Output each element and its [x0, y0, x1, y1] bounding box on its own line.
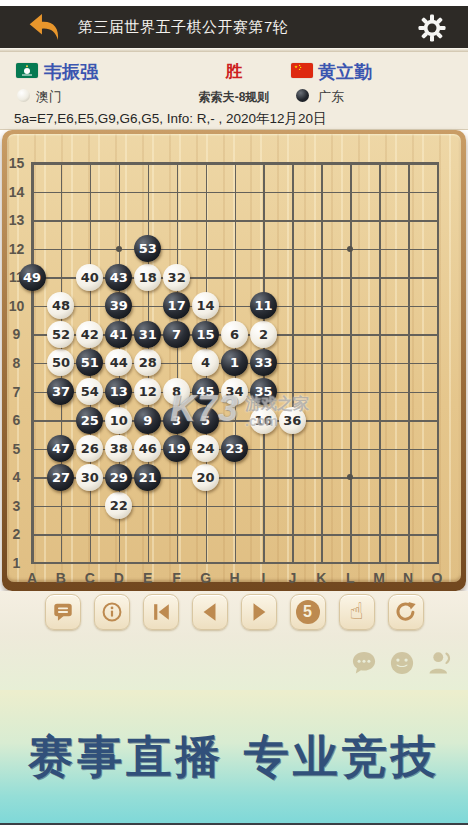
page-title: 第三届世界五子棋公开赛第7轮 — [78, 18, 288, 37]
app-screen: 第三届世界五子棋公开赛第7轮 — [0, 0, 468, 827]
person-icon[interactable] — [426, 649, 454, 677]
stone-27-B4: 27 — [47, 464, 74, 491]
stone-4-G8: 4 — [192, 349, 219, 376]
rule-label: 索索夫-8规则 — [0, 89, 468, 106]
stone-50-B8: 50 — [47, 349, 74, 376]
back-arrow-icon — [27, 12, 61, 42]
ad-banner[interactable]: 赛事直播 专业竞技 — [0, 690, 468, 823]
black-player-name: 黄立勤 — [318, 60, 372, 84]
stone-6-H9: 6 — [221, 321, 248, 348]
banner-bottom-line — [0, 823, 468, 825]
stone-33-I8: 33 — [250, 349, 277, 376]
black-stone-indicator — [296, 89, 309, 102]
show-move-numbers-button[interactable]: 5 — [290, 594, 326, 630]
stone-46-E5: 46 — [134, 435, 161, 462]
stone-24-G5: 24 — [192, 435, 219, 462]
kifu-toolbar: 5 ☝ — [0, 594, 468, 630]
stone-28-E8: 28 — [134, 349, 161, 376]
hand-tool-button[interactable]: ☝ — [339, 594, 375, 630]
settings-button[interactable] — [414, 10, 450, 46]
watermark-domain: .com — [245, 413, 278, 429]
social-icon-row — [350, 649, 454, 677]
stone-53-E12: 53 — [134, 235, 161, 262]
stone-23-H5: 23 — [221, 435, 248, 462]
restart-icon — [395, 601, 417, 623]
top-bar: 第三届世界五子棋公开赛第7轮 — [0, 6, 468, 48]
stone-47-B5: 47 — [47, 435, 74, 462]
skip-to-start-button[interactable] — [143, 594, 179, 630]
skip-to-start-icon — [150, 601, 172, 623]
hand-icon: ☝ — [349, 600, 363, 623]
stone-42-C9: 42 — [76, 321, 103, 348]
comment-button[interactable] — [45, 594, 81, 630]
stone-29-D4: 29 — [105, 464, 132, 491]
info-icon — [101, 601, 123, 623]
stone-15-G9: 15 — [192, 321, 219, 348]
stones-layer: 1234567891011121314151617181920212223242… — [2, 130, 466, 591]
info-button[interactable] — [94, 594, 130, 630]
stone-22-D3: 22 — [105, 492, 132, 519]
stone-40-C11: 40 — [76, 264, 103, 291]
smiley-icon[interactable] — [388, 649, 416, 677]
step-back-button[interactable] — [192, 594, 228, 630]
stone-10-D6: 10 — [105, 407, 132, 434]
stone-11-I10: 11 — [250, 292, 277, 319]
watermark-logo: K73 — [170, 388, 239, 430]
stone-21-E4: 21 — [134, 464, 161, 491]
stone-30-C4: 30 — [76, 464, 103, 491]
stone-7-F9: 7 — [163, 321, 190, 348]
chat-dots-icon[interactable] — [350, 649, 378, 677]
ad-banner-text: 赛事直播 专业竞技 — [28, 727, 440, 787]
stone-51-C8: 51 — [76, 349, 103, 376]
stone-54-C7: 54 — [76, 378, 103, 405]
stone-44-D8: 44 — [105, 349, 132, 376]
step-forward-button[interactable] — [241, 594, 277, 630]
stone-12-E7: 12 — [134, 378, 161, 405]
stone-18-E11: 18 — [134, 264, 161, 291]
stone-13-D7: 13 — [105, 378, 132, 405]
stone-14-G10: 14 — [192, 292, 219, 319]
stone-43-D11: 43 — [105, 264, 132, 291]
step-back-icon — [199, 601, 221, 623]
stone-20-G4: 20 — [192, 464, 219, 491]
stone-37-B7: 37 — [47, 378, 74, 405]
stone-26-C5: 26 — [76, 435, 103, 462]
restart-button[interactable] — [388, 594, 424, 630]
stone-49-A11: 49 — [19, 264, 46, 291]
result-label: 胜 — [0, 60, 468, 83]
black-player-region: 广东 — [318, 88, 344, 106]
five-icon: 5 — [296, 600, 320, 624]
stone-41-D9: 41 — [105, 321, 132, 348]
game-info-line: 5a=E7,E6,E5,G9,G6,G5, Info: R,- , 2020年1… — [14, 110, 327, 128]
watermark-site: 游戏之家 — [245, 394, 309, 415]
stone-52-B9: 52 — [47, 321, 74, 348]
stone-38-D5: 38 — [105, 435, 132, 462]
stone-17-F10: 17 — [163, 292, 190, 319]
stone-32-F11: 32 — [163, 264, 190, 291]
back-button[interactable] — [24, 11, 64, 43]
stone-2-I9: 2 — [250, 321, 277, 348]
match-info-panel: 韦振强 澳门 胜 索索夫-8规则 黄立勤 广东 5a=E7,E6,E5,G9,G… — [0, 52, 468, 130]
stone-1-H8: 1 — [221, 349, 248, 376]
stone-9-E6: 9 — [134, 407, 161, 434]
stone-48-B10: 48 — [47, 292, 74, 319]
stone-19-F5: 19 — [163, 435, 190, 462]
stone-31-E9: 31 — [134, 321, 161, 348]
stone-39-D10: 39 — [105, 292, 132, 319]
step-forward-icon — [248, 601, 270, 623]
control-area: 5 ☝ — [0, 591, 468, 690]
gear-icon — [417, 13, 447, 43]
china-flag-icon — [291, 63, 313, 78]
comment-icon — [52, 601, 74, 623]
stone-25-C6: 25 — [76, 407, 103, 434]
goban[interactable]: 151413121110987654321ABCDEFGHIJKLMNO 123… — [2, 130, 466, 591]
